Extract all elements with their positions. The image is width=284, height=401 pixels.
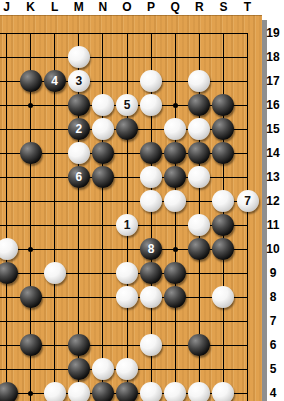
- row-label-8: 8: [262, 289, 284, 305]
- row-label-5: 5: [262, 361, 284, 377]
- grid-vline-N: [102, 33, 103, 401]
- row-label-11: 11: [262, 217, 284, 233]
- stone-black-J4: [0, 382, 18, 401]
- row-label-19: 19: [262, 25, 284, 41]
- stone-white-O5: [116, 358, 138, 380]
- col-label-M: M: [67, 0, 91, 15]
- col-label-L: L: [43, 0, 67, 15]
- row-label-9: 9: [262, 265, 284, 281]
- grid-hline-19: [0, 33, 248, 34]
- col-label-O: O: [115, 0, 139, 15]
- grid-hline-7: [0, 321, 248, 322]
- stone-white-P16: [140, 94, 162, 116]
- row-label-7: 7: [262, 313, 284, 329]
- stone-white-O16: 5: [116, 94, 138, 116]
- stone-white-P12: [140, 190, 162, 212]
- stone-black-K6: [20, 334, 42, 356]
- star-point-Q10: [173, 247, 178, 252]
- move-number-5: 5: [116, 94, 138, 116]
- star-point-Q16: [173, 103, 178, 108]
- stone-white-P13: [140, 166, 162, 188]
- move-number-1: 1: [116, 214, 138, 236]
- stone-white-N15: [92, 118, 114, 140]
- stone-white-M4: [68, 382, 90, 401]
- grid-hline-12: [0, 201, 248, 202]
- col-label-Q: Q: [163, 0, 187, 15]
- row-label-10: 10: [262, 241, 284, 257]
- stone-black-O4: [116, 382, 138, 401]
- star-point-K4: [28, 391, 33, 396]
- stone-white-T12: 7: [237, 190, 259, 212]
- stone-white-O11: 1: [116, 214, 138, 236]
- row-label-17: 17: [262, 73, 284, 89]
- stone-black-M15: 2: [68, 118, 90, 140]
- stone-white-M14: [68, 142, 90, 164]
- stone-white-M17: 3: [68, 70, 90, 92]
- stone-black-P10: 8: [140, 238, 162, 260]
- stone-white-P8: [140, 286, 162, 308]
- move-number-2: 2: [68, 118, 90, 140]
- star-point-K10: [28, 247, 33, 252]
- stone-black-K14: [20, 142, 42, 164]
- stone-black-P9: [140, 262, 162, 284]
- row-label-16: 16: [262, 97, 284, 113]
- col-label-N: N: [91, 0, 115, 15]
- stone-black-N4: [92, 382, 114, 401]
- col-label-R: R: [187, 0, 211, 15]
- row-label-6: 6: [262, 337, 284, 353]
- stone-black-P14: [140, 142, 162, 164]
- grid-vline-T: [247, 33, 248, 401]
- stone-black-K17: [20, 70, 42, 92]
- stone-white-O8: [116, 286, 138, 308]
- grid-hline-18: [0, 57, 248, 58]
- grid-hline-10: [0, 249, 248, 250]
- stone-black-N13: [92, 166, 114, 188]
- grid-hline-13: [0, 177, 248, 178]
- col-label-P: P: [139, 0, 163, 15]
- stone-black-M6: [68, 334, 90, 356]
- move-number-7: 7: [237, 190, 259, 212]
- move-number-4: 4: [44, 70, 66, 92]
- stone-white-L4: [44, 382, 66, 401]
- stone-white-S4: [212, 382, 234, 401]
- col-label-S: S: [211, 0, 235, 15]
- move-number-8: 8: [140, 238, 162, 260]
- stone-white-R4: [188, 382, 210, 401]
- col-label-J: J: [0, 0, 19, 15]
- grid-vline-Q: [175, 33, 176, 401]
- col-label-T: T: [236, 0, 260, 15]
- row-label-4: 4: [262, 385, 284, 401]
- row-label-13: 13: [262, 169, 284, 185]
- row-label-18: 18: [262, 49, 284, 65]
- col-label-K: K: [19, 0, 43, 15]
- stone-black-N14: [92, 142, 114, 164]
- stone-black-M5: [68, 358, 90, 380]
- stone-white-P6: [140, 334, 162, 356]
- star-point-K16: [28, 103, 33, 108]
- stone-black-O15: [116, 118, 138, 140]
- move-number-3: 3: [68, 70, 90, 92]
- row-label-12: 12: [262, 193, 284, 209]
- stone-white-M18: [68, 46, 90, 68]
- stone-black-L17: 4: [44, 70, 66, 92]
- move-number-6: 6: [68, 166, 90, 188]
- stone-white-P4: [140, 382, 162, 401]
- stone-white-O9: [116, 262, 138, 284]
- stone-white-N16: [92, 94, 114, 116]
- stone-white-P17: [140, 70, 162, 92]
- stone-white-Q4: [164, 382, 186, 401]
- stone-white-L9: [44, 262, 66, 284]
- grid-vline-J: [6, 33, 7, 401]
- row-label-15: 15: [262, 121, 284, 137]
- row-label-14: 14: [262, 145, 284, 161]
- stone-white-N5: [92, 358, 114, 380]
- stone-black-M13: 6: [68, 166, 90, 188]
- go-diagram: JKLMNOPQRST 19181716151413121110987654 4…: [0, 0, 284, 401]
- stone-black-K8: [20, 286, 42, 308]
- stone-black-M16: [68, 94, 90, 116]
